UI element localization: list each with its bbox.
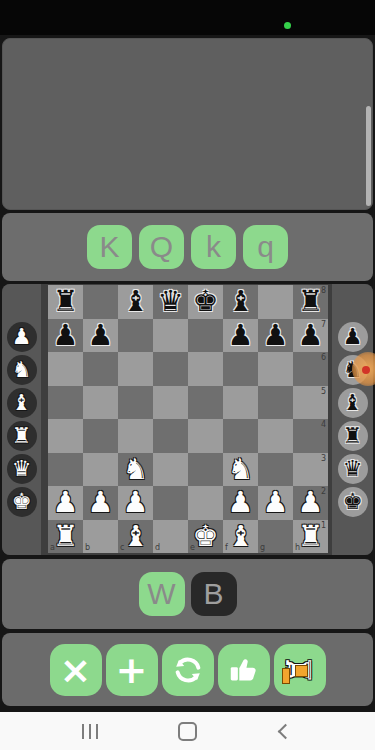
refresh-icon	[171, 653, 205, 687]
black-pawn-piece[interactable]: ♟	[228, 320, 254, 351]
square-f3[interactable]: ♞	[223, 453, 258, 487]
square-b5[interactable]	[83, 386, 118, 420]
rank-label: 1	[321, 522, 326, 530]
castling-panel: K Q k q	[2, 213, 373, 281]
phone-screen: K Q k q ♟♞♝♜♛♚ ♜♝♛♚♝8♜♟♟♟♟7♟654♞♞3♟♟♟♟♟2…	[0, 0, 375, 750]
white-pawn-piece[interactable]: ♟	[123, 487, 149, 518]
square-b4[interactable]	[83, 419, 118, 453]
white-knight-piece[interactable]: ♞	[123, 454, 149, 485]
square-c7[interactable]	[118, 319, 153, 353]
square-a2[interactable]: ♟	[48, 486, 83, 520]
square-d7[interactable]	[153, 319, 188, 353]
rank-label: 8	[321, 287, 326, 295]
back-button[interactable]	[265, 716, 305, 746]
rank-label: 4	[321, 421, 326, 429]
tray-white-queen[interactable]: ♛	[7, 454, 37, 484]
black-bishop-piece[interactable]: ♝	[123, 286, 149, 317]
rook-accent-square	[295, 665, 308, 677]
file-label: a	[50, 544, 55, 552]
square-f4[interactable]	[223, 419, 258, 453]
square-h3[interactable]: 3	[293, 453, 328, 487]
square-a6[interactable]	[48, 352, 83, 386]
close-button[interactable]: ×	[50, 644, 102, 696]
black-pawn-piece[interactable]: ♟	[53, 320, 79, 351]
rank-label: 2	[321, 488, 326, 496]
square-e3[interactable]	[188, 453, 223, 487]
square-g8[interactable]	[258, 285, 293, 319]
black-king-icon: ♚	[343, 490, 363, 514]
square-c1[interactable]: c♝	[118, 520, 153, 554]
square-g1[interactable]: g	[258, 520, 293, 554]
back-icon	[277, 723, 293, 739]
square-a7[interactable]: ♟	[48, 319, 83, 353]
white-pawn-piece[interactable]: ♟	[298, 487, 324, 518]
castle-black-kingside-button[interactable]: k	[191, 225, 236, 269]
square-h2[interactable]: 2♟	[293, 486, 328, 520]
black-bishop-icon: ♝	[343, 391, 363, 415]
black-rook-piece[interactable]: ♜	[53, 286, 79, 317]
tray-white-knight[interactable]: ♞	[7, 355, 37, 385]
rotated-rook-button[interactable]: ♜	[274, 644, 326, 696]
add-icon: +	[116, 651, 148, 689]
black-king-piece[interactable]: ♚	[193, 286, 219, 317]
file-label: f	[225, 544, 228, 552]
castle-black-queenside-button[interactable]: q	[243, 225, 288, 269]
square-f6[interactable]	[223, 352, 258, 386]
square-g6[interactable]	[258, 352, 293, 386]
white-pawn-piece[interactable]: ♟	[228, 487, 254, 518]
tray-gap-left	[41, 284, 48, 555]
square-h1[interactable]: 1h♜	[293, 520, 328, 554]
black-bishop-piece[interactable]: ♝	[228, 286, 254, 317]
square-f1[interactable]: f♝	[223, 520, 258, 554]
tray-black-rook[interactable]: ♜	[338, 421, 368, 451]
tray-white-bishop[interactable]: ♝	[7, 388, 37, 418]
touch-indicator-dot	[362, 366, 370, 374]
square-e8[interactable]: ♚	[188, 285, 223, 319]
white-rook-piece[interactable]: ♜	[53, 521, 79, 552]
square-h7[interactable]: 7♟	[293, 319, 328, 353]
square-f2[interactable]: ♟	[223, 486, 258, 520]
close-icon: ×	[60, 651, 92, 689]
square-a3[interactable]	[48, 453, 83, 487]
approve-button[interactable]	[218, 644, 270, 696]
square-g4[interactable]	[258, 419, 293, 453]
square-d1[interactable]: d	[153, 520, 188, 554]
square-d3[interactable]	[153, 453, 188, 487]
castle-white-kingside-button[interactable]: K	[87, 225, 132, 269]
square-g5[interactable]	[258, 386, 293, 420]
square-a4[interactable]	[48, 419, 83, 453]
white-knight-icon: ♞	[12, 358, 32, 382]
square-e5[interactable]	[188, 386, 223, 420]
square-f5[interactable]	[223, 386, 258, 420]
square-h6[interactable]: 6	[293, 352, 328, 386]
black-rook-piece[interactable]: ♜	[298, 286, 324, 317]
rank-label: 7	[321, 321, 326, 329]
square-b7[interactable]: ♟	[83, 319, 118, 353]
square-a5[interactable]	[48, 386, 83, 420]
piece-tray-right: ♟♞♝♜♛♚	[332, 284, 373, 555]
black-to-move-button[interactable]: B	[191, 572, 237, 616]
navigation-bar	[0, 712, 375, 750]
square-b6[interactable]	[83, 352, 118, 386]
square-d4[interactable]	[153, 419, 188, 453]
rank-label: 6	[321, 354, 326, 362]
square-h5[interactable]: 5	[293, 386, 328, 420]
black-pawn-piece[interactable]: ♟	[263, 320, 289, 351]
thumbs-up-icon	[227, 653, 261, 687]
black-queen-piece[interactable]: ♛	[158, 286, 184, 317]
square-d5[interactable]	[153, 386, 188, 420]
square-c4[interactable]	[118, 419, 153, 453]
square-e6[interactable]	[188, 352, 223, 386]
black-pawn-piece[interactable]: ♟	[88, 320, 114, 351]
tray-black-queen[interactable]: ♛	[338, 454, 368, 484]
output-panel[interactable]	[2, 38, 373, 210]
square-f7[interactable]: ♟	[223, 319, 258, 353]
square-c3[interactable]: ♞	[118, 453, 153, 487]
square-f8[interactable]: ♝	[223, 285, 258, 319]
white-rook-piece[interactable]: ♜	[298, 521, 324, 552]
square-e7[interactable]	[188, 319, 223, 353]
white-bishop-piece[interactable]: ♝	[228, 521, 254, 552]
rank-label: 5	[321, 388, 326, 396]
square-c5[interactable]	[118, 386, 153, 420]
white-pawn-piece[interactable]: ♟	[53, 487, 79, 518]
file-label: b	[85, 544, 90, 552]
square-b3[interactable]	[83, 453, 118, 487]
home-button[interactable]	[168, 716, 208, 746]
tray-black-king[interactable]: ♚	[338, 487, 368, 517]
home-icon	[178, 722, 197, 741]
square-g3[interactable]	[258, 453, 293, 487]
square-g7[interactable]: ♟	[258, 319, 293, 353]
file-label: e	[190, 544, 195, 552]
square-h4[interactable]: 4	[293, 419, 328, 453]
white-rook-icon: ♜	[12, 424, 32, 448]
white-pawn-icon: ♟	[12, 325, 32, 349]
tray-black-pawn[interactable]: ♟	[338, 322, 368, 352]
file-label: h	[295, 544, 300, 552]
notification-dot	[284, 22, 291, 29]
white-knight-piece[interactable]: ♞	[228, 454, 254, 485]
square-d8[interactable]: ♛	[153, 285, 188, 319]
square-h8[interactable]: 8♜	[293, 285, 328, 319]
chess-board: ♜♝♛♚♝8♜♟♟♟♟7♟654♞♞3♟♟♟♟♟2♟a♜bc♝de♚f♝g1h♜	[48, 285, 328, 553]
white-bishop-icon: ♝	[12, 391, 32, 415]
tray-white-rook[interactable]: ♜	[7, 421, 37, 451]
square-e1[interactable]: e♚	[188, 520, 223, 554]
white-bishop-piece[interactable]: ♝	[123, 521, 149, 552]
recents-button[interactable]	[70, 716, 110, 746]
castle-white-queenside-button[interactable]: Q	[139, 225, 184, 269]
toolbar-panel: × + ♜	[2, 633, 373, 706]
white-pawn-piece[interactable]: ♟	[88, 487, 114, 518]
status-bar	[0, 0, 375, 35]
black-pawn-piece[interactable]: ♟	[298, 320, 324, 351]
white-to-move-button[interactable]: W	[139, 572, 185, 616]
white-king-piece[interactable]: ♚	[193, 521, 219, 552]
square-d6[interactable]	[153, 352, 188, 386]
recents-icon	[82, 724, 98, 739]
tray-white-pawn[interactable]: ♟	[7, 322, 37, 352]
rook-accent-bar	[282, 668, 290, 684]
piece-tray-left: ♟♞♝♜♛♚	[2, 284, 41, 555]
white-pawn-piece[interactable]: ♟	[263, 487, 289, 518]
file-label: d	[155, 544, 160, 552]
file-label: c	[120, 544, 124, 552]
black-pawn-icon: ♟	[343, 325, 363, 349]
square-b8[interactable]	[83, 285, 118, 319]
square-c8[interactable]: ♝	[118, 285, 153, 319]
tray-black-bishop[interactable]: ♝	[338, 388, 368, 418]
scrollbar-thumb[interactable]	[366, 106, 371, 206]
tray-white-king[interactable]: ♚	[7, 487, 37, 517]
square-a1[interactable]: a♜	[48, 520, 83, 554]
square-c6[interactable]	[118, 352, 153, 386]
file-label: g	[260, 544, 265, 552]
refresh-button[interactable]	[162, 644, 214, 696]
board-panel: ♟♞♝♜♛♚ ♜♝♛♚♝8♜♟♟♟♟7♟654♞♞3♟♟♟♟♟2♟a♜bc♝de…	[2, 284, 373, 555]
white-queen-icon: ♛	[12, 457, 32, 481]
square-b2[interactable]: ♟	[83, 486, 118, 520]
square-e4[interactable]	[188, 419, 223, 453]
rank-label: 3	[321, 455, 326, 463]
square-a8[interactable]: ♜	[48, 285, 83, 319]
black-rook-icon: ♜	[343, 424, 363, 448]
add-button[interactable]: +	[106, 644, 158, 696]
square-c2[interactable]: ♟	[118, 486, 153, 520]
square-e2[interactable]	[188, 486, 223, 520]
square-g2[interactable]: ♟	[258, 486, 293, 520]
white-king-icon: ♚	[12, 490, 32, 514]
square-d2[interactable]	[153, 486, 188, 520]
square-b1[interactable]: b	[83, 520, 118, 554]
turn-panel: W B	[2, 559, 373, 629]
black-queen-icon: ♛	[343, 457, 363, 481]
